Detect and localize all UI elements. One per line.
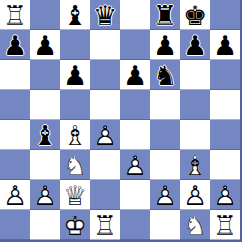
- square-b6[interactable]: [30, 60, 60, 90]
- black-knight-glyph: ♞: [150, 60, 180, 90]
- black-pawn[interactable]: ♟: [60, 60, 90, 90]
- square-g6[interactable]: [180, 60, 210, 90]
- square-d3[interactable]: [90, 150, 120, 180]
- square-b2[interactable]: ♟♙: [30, 180, 60, 210]
- square-c6[interactable]: ♟: [60, 60, 90, 90]
- square-g7[interactable]: ♟: [180, 30, 210, 60]
- white-king-outline: ♔: [60, 210, 90, 240]
- square-b1[interactable]: [30, 210, 60, 240]
- white-pawn-fill: ♟: [150, 180, 180, 210]
- white-pawn-outline: ♙: [30, 180, 60, 210]
- black-bishop[interactable]: ♝: [30, 120, 60, 150]
- square-a4[interactable]: [0, 120, 30, 150]
- square-g2[interactable]: ♟♙: [180, 180, 210, 210]
- white-queen-fill: ♛: [60, 180, 90, 210]
- white-queen-outline: ♕: [60, 180, 90, 210]
- square-a7[interactable]: ♟: [0, 30, 30, 60]
- white-pawn[interactable]: ♟♙: [90, 120, 120, 150]
- white-king[interactable]: ♚♔: [60, 210, 90, 240]
- black-pawn-glyph: ♟: [180, 30, 210, 60]
- square-c8[interactable]: ♝: [60, 0, 90, 30]
- black-king[interactable]: ♚: [180, 0, 210, 30]
- square-g8[interactable]: ♚: [180, 0, 210, 30]
- square-d5[interactable]: [90, 90, 120, 120]
- square-e3[interactable]: ♟♙: [120, 150, 150, 180]
- square-h2[interactable]: ♟♙: [210, 180, 240, 210]
- black-pawn-glyph: ♟: [0, 30, 30, 60]
- square-e8[interactable]: [120, 0, 150, 30]
- black-bishop-glyph: ♝: [60, 0, 90, 30]
- white-knight-fill: ♞: [60, 150, 90, 180]
- white-bishop-outline: ♗: [180, 150, 210, 180]
- white-pawn-outline: ♙: [0, 180, 30, 210]
- white-pawn[interactable]: ♟♙: [30, 180, 60, 210]
- square-h7[interactable]: ♟: [210, 30, 240, 60]
- square-f5[interactable]: [150, 90, 180, 120]
- white-bishop-fill: ♝: [60, 120, 90, 150]
- white-pawn[interactable]: ♟♙: [120, 150, 150, 180]
- square-f8[interactable]: ♜: [150, 0, 180, 30]
- square-a3[interactable]: [0, 150, 30, 180]
- white-pawn-outline: ♙: [150, 180, 180, 210]
- white-knight[interactable]: ♞♘: [60, 150, 90, 180]
- square-h6[interactable]: [210, 60, 240, 90]
- white-bishop[interactable]: ♝♗: [60, 120, 90, 150]
- black-pawn-glyph: ♟: [60, 60, 90, 90]
- square-f7[interactable]: ♟: [150, 30, 180, 60]
- white-pawn-outline: ♙: [90, 120, 120, 150]
- white-pawn[interactable]: ♟♙: [150, 180, 180, 210]
- white-pawn-outline: ♙: [120, 150, 150, 180]
- square-h4[interactable]: [210, 120, 240, 150]
- black-pawn[interactable]: ♟: [180, 30, 210, 60]
- white-knight-outline: ♘: [180, 210, 210, 240]
- square-b4[interactable]: ♝: [30, 120, 60, 150]
- black-pawn[interactable]: ♟: [120, 60, 150, 90]
- black-rook[interactable]: ♜: [150, 0, 180, 30]
- square-f2[interactable]: ♟♙: [150, 180, 180, 210]
- white-pawn[interactable]: ♟♙: [0, 180, 30, 210]
- square-b8[interactable]: [30, 0, 60, 30]
- square-c3[interactable]: ♞♘: [60, 150, 90, 180]
- square-f4[interactable]: [150, 120, 180, 150]
- square-f6[interactable]: ♞: [150, 60, 180, 90]
- black-pawn-glyph: ♟: [120, 60, 150, 90]
- white-rook-outline: ♖: [90, 210, 120, 240]
- square-h5[interactable]: [210, 90, 240, 120]
- black-pawn[interactable]: ♟: [30, 30, 60, 60]
- white-pawn-fill: ♟: [0, 180, 30, 210]
- white-rook-outline: ♖: [0, 0, 30, 30]
- white-pawn-fill: ♟: [210, 180, 240, 210]
- square-e6[interactable]: ♟: [120, 60, 150, 90]
- white-knight[interactable]: ♞♘: [180, 210, 210, 240]
- square-a5[interactable]: [0, 90, 30, 120]
- black-queen-glyph: ♛: [90, 0, 120, 30]
- square-d6[interactable]: [90, 60, 120, 90]
- square-e4[interactable]: [120, 120, 150, 150]
- white-pawn-fill: ♟: [90, 120, 120, 150]
- white-king-fill: ♚: [60, 210, 90, 240]
- square-e7[interactable]: [120, 30, 150, 60]
- white-bishop-fill: ♝: [180, 150, 210, 180]
- square-d8[interactable]: ♛: [90, 0, 120, 30]
- white-rook-fill: ♜: [90, 210, 120, 240]
- white-pawn[interactable]: ♟♙: [210, 180, 240, 210]
- square-b5[interactable]: [30, 90, 60, 120]
- white-rook-fill: ♜: [0, 0, 30, 30]
- black-knight[interactable]: ♞: [150, 60, 180, 90]
- square-g4[interactable]: [180, 120, 210, 150]
- white-pawn-outline: ♙: [210, 180, 240, 210]
- square-c1[interactable]: ♚♔: [60, 210, 90, 240]
- white-rook-outline: ♖: [210, 210, 240, 240]
- square-d4[interactable]: ♟♙: [90, 120, 120, 150]
- square-b3[interactable]: [30, 150, 60, 180]
- white-knight-outline: ♘: [60, 150, 90, 180]
- square-e2[interactable]: [120, 180, 150, 210]
- square-c7[interactable]: [60, 30, 90, 60]
- square-a1[interactable]: [0, 210, 30, 240]
- black-pawn-glyph: ♟: [30, 30, 60, 60]
- square-a6[interactable]: [0, 60, 30, 90]
- white-bishop-outline: ♗: [60, 120, 90, 150]
- square-c2[interactable]: ♛♕: [60, 180, 90, 210]
- black-pawn-glyph: ♟: [150, 30, 180, 60]
- black-king-glyph: ♚: [180, 0, 210, 30]
- white-knight-fill: ♞: [180, 210, 210, 240]
- square-h3[interactable]: [210, 150, 240, 180]
- white-queen[interactable]: ♛♕: [60, 180, 90, 210]
- black-pawn-glyph: ♟: [210, 30, 240, 60]
- square-g3[interactable]: ♝♗: [180, 150, 210, 180]
- square-a8[interactable]: ♜♖: [0, 0, 30, 30]
- white-rook[interactable]: ♜♖: [90, 210, 120, 240]
- square-h8[interactable]: [210, 0, 240, 30]
- square-h1[interactable]: ♜♖: [210, 210, 240, 240]
- square-f3[interactable]: [150, 150, 180, 180]
- square-a2[interactable]: ♟♙: [0, 180, 30, 210]
- square-g5[interactable]: [180, 90, 210, 120]
- square-d1[interactable]: ♜♖: [90, 210, 120, 240]
- black-bishop[interactable]: ♝: [60, 0, 90, 30]
- black-pawn[interactable]: ♟: [0, 30, 30, 60]
- white-pawn-fill: ♟: [120, 150, 150, 180]
- white-pawn-outline: ♙: [180, 180, 210, 210]
- black-bishop-glyph: ♝: [30, 120, 60, 150]
- white-rook[interactable]: ♜♖: [0, 0, 30, 30]
- square-d7[interactable]: [90, 30, 120, 60]
- white-rook[interactable]: ♜♖: [210, 210, 240, 240]
- white-bishop[interactable]: ♝♗: [180, 150, 210, 180]
- white-pawn-fill: ♟: [30, 180, 60, 210]
- square-b7[interactable]: ♟: [30, 30, 60, 60]
- chess-board: ♜♖♝♛♜♚♟♟♟♟♟♟♟♞♝♝♗♟♙♞♘♟♙♝♗♟♙♟♙♛♕♟♙♟♙♟♙♚♔♜…: [0, 0, 242, 242]
- square-e5[interactable]: [120, 90, 150, 120]
- square-e1[interactable]: [120, 210, 150, 240]
- square-c4[interactable]: ♝♗: [60, 120, 90, 150]
- square-g1[interactable]: ♞♘: [180, 210, 210, 240]
- square-d2[interactable]: [90, 180, 120, 210]
- black-pawn[interactable]: ♟: [210, 30, 240, 60]
- black-pawn[interactable]: ♟: [150, 30, 180, 60]
- white-pawn-fill: ♟: [180, 180, 210, 210]
- white-pawn[interactable]: ♟♙: [180, 180, 210, 210]
- square-f1[interactable]: [150, 210, 180, 240]
- square-c5[interactable]: [60, 90, 90, 120]
- white-rook-fill: ♜: [210, 210, 240, 240]
- black-rook-glyph: ♜: [150, 0, 180, 30]
- black-queen[interactable]: ♛: [90, 0, 120, 30]
